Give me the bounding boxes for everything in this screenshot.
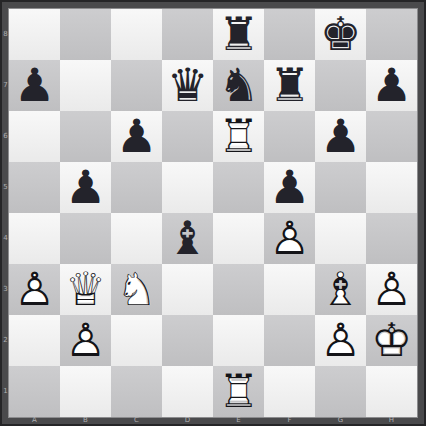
rank-label-2: 2 (2, 315, 9, 366)
square-g4[interactable] (315, 213, 366, 264)
square-e8[interactable]: ♜ (213, 9, 264, 60)
square-b6[interactable] (60, 111, 111, 162)
square-c6[interactable]: ♟ (111, 111, 162, 162)
file-label-a: A (9, 417, 60, 424)
rank-label-5: 5 (2, 162, 9, 213)
square-d1[interactable] (162, 366, 213, 417)
square-a8[interactable] (9, 9, 60, 60)
square-a6[interactable] (9, 111, 60, 162)
square-a2[interactable] (9, 315, 60, 366)
piece-white-pawn: ♟♙ (315, 315, 366, 366)
square-a3[interactable]: ♟♙ (9, 264, 60, 315)
square-h6[interactable] (366, 111, 417, 162)
square-g8[interactable]: ♚ (315, 9, 366, 60)
square-h3[interactable]: ♟♙ (366, 264, 417, 315)
piece-black-pawn: ♟ (9, 60, 60, 111)
file-label-h: H (366, 417, 417, 424)
square-g6[interactable]: ♟ (315, 111, 366, 162)
square-h4[interactable] (366, 213, 417, 264)
square-b8[interactable] (60, 9, 111, 60)
square-h7[interactable]: ♟ (366, 60, 417, 111)
file-label-e: E (213, 417, 264, 424)
square-e7[interactable]: ♞ (213, 60, 264, 111)
square-d4[interactable]: ♝ (162, 213, 213, 264)
chess-board: ♜♚♟♛♞♜♟♟♜♖♟♟♟♝♟♙♟♙♛♕♞♘♝♗♟♙♟♙♟♙♚♔♜♖ (9, 9, 417, 417)
square-f5[interactable]: ♟ (264, 162, 315, 213)
square-e4[interactable] (213, 213, 264, 264)
piece-black-bishop: ♝ (162, 213, 213, 264)
rank-label-3: 3 (2, 264, 9, 315)
square-d6[interactable] (162, 111, 213, 162)
square-d2[interactable] (162, 315, 213, 366)
square-f1[interactable] (264, 366, 315, 417)
square-f2[interactable] (264, 315, 315, 366)
rank-label-4: 4 (2, 213, 9, 264)
square-e2[interactable] (213, 315, 264, 366)
square-h5[interactable] (366, 162, 417, 213)
square-c5[interactable] (111, 162, 162, 213)
piece-white-pawn: ♟♙ (60, 315, 111, 366)
square-f4[interactable]: ♟♙ (264, 213, 315, 264)
square-c4[interactable] (111, 213, 162, 264)
square-h2[interactable]: ♚♔ (366, 315, 417, 366)
piece-black-knight: ♞ (213, 60, 264, 111)
file-label-c: C (111, 417, 162, 424)
square-g3[interactable]: ♝♗ (315, 264, 366, 315)
square-c2[interactable] (111, 315, 162, 366)
file-label-g: G (315, 417, 366, 424)
piece-black-king: ♚ (315, 9, 366, 60)
square-g1[interactable] (315, 366, 366, 417)
square-b1[interactable] (60, 366, 111, 417)
piece-white-rook: ♜♖ (213, 366, 264, 417)
square-b5[interactable]: ♟ (60, 162, 111, 213)
piece-black-pawn: ♟ (60, 162, 111, 213)
square-g5[interactable] (315, 162, 366, 213)
file-label-d: D (162, 417, 213, 424)
square-c1[interactable] (111, 366, 162, 417)
file-label-b: B (60, 417, 111, 424)
square-f7[interactable]: ♜ (264, 60, 315, 111)
rank-label-6: 6 (2, 111, 9, 162)
square-a5[interactable] (9, 162, 60, 213)
square-c7[interactable] (111, 60, 162, 111)
square-f6[interactable] (264, 111, 315, 162)
square-b7[interactable] (60, 60, 111, 111)
piece-black-queen: ♛ (162, 60, 213, 111)
square-b3[interactable]: ♛♕ (60, 264, 111, 315)
piece-white-knight: ♞♘ (111, 264, 162, 315)
piece-black-pawn: ♟ (111, 111, 162, 162)
piece-black-rook: ♜ (264, 60, 315, 111)
square-e3[interactable] (213, 264, 264, 315)
square-c3[interactable]: ♞♘ (111, 264, 162, 315)
rank-label-7: 7 (2, 60, 9, 111)
square-g2[interactable]: ♟♙ (315, 315, 366, 366)
piece-black-pawn: ♟ (264, 162, 315, 213)
square-f8[interactable] (264, 9, 315, 60)
square-e5[interactable] (213, 162, 264, 213)
piece-white-pawn: ♟♙ (264, 213, 315, 264)
piece-white-king: ♚♔ (366, 315, 417, 366)
rank-label-8: 8 (2, 9, 9, 60)
square-d8[interactable] (162, 9, 213, 60)
square-b4[interactable] (60, 213, 111, 264)
piece-white-rook: ♜♖ (213, 111, 264, 162)
square-c8[interactable] (111, 9, 162, 60)
square-h8[interactable] (366, 9, 417, 60)
square-f3[interactable] (264, 264, 315, 315)
piece-black-pawn: ♟ (366, 60, 417, 111)
piece-white-queen: ♛♕ (60, 264, 111, 315)
square-d7[interactable]: ♛ (162, 60, 213, 111)
rank-label-1: 1 (2, 366, 9, 417)
square-a7[interactable]: ♟ (9, 60, 60, 111)
piece-white-pawn: ♟♙ (9, 264, 60, 315)
square-d5[interactable] (162, 162, 213, 213)
file-label-f: F (264, 417, 315, 424)
square-g7[interactable] (315, 60, 366, 111)
square-e6[interactable]: ♜♖ (213, 111, 264, 162)
square-h1[interactable] (366, 366, 417, 417)
piece-black-rook: ♜ (213, 9, 264, 60)
square-b2[interactable]: ♟♙ (60, 315, 111, 366)
square-e1[interactable]: ♜♖ (213, 366, 264, 417)
square-a1[interactable] (9, 366, 60, 417)
square-a4[interactable] (9, 213, 60, 264)
piece-black-pawn: ♟ (315, 111, 366, 162)
piece-white-bishop: ♝♗ (315, 264, 366, 315)
square-d3[interactable] (162, 264, 213, 315)
piece-white-pawn: ♟♙ (366, 264, 417, 315)
chess-board-frame: ♜♚♟♛♞♜♟♟♜♖♟♟♟♝♟♙♟♙♛♕♞♘♝♗♟♙♟♙♟♙♚♔♜♖ 87654… (0, 0, 426, 426)
